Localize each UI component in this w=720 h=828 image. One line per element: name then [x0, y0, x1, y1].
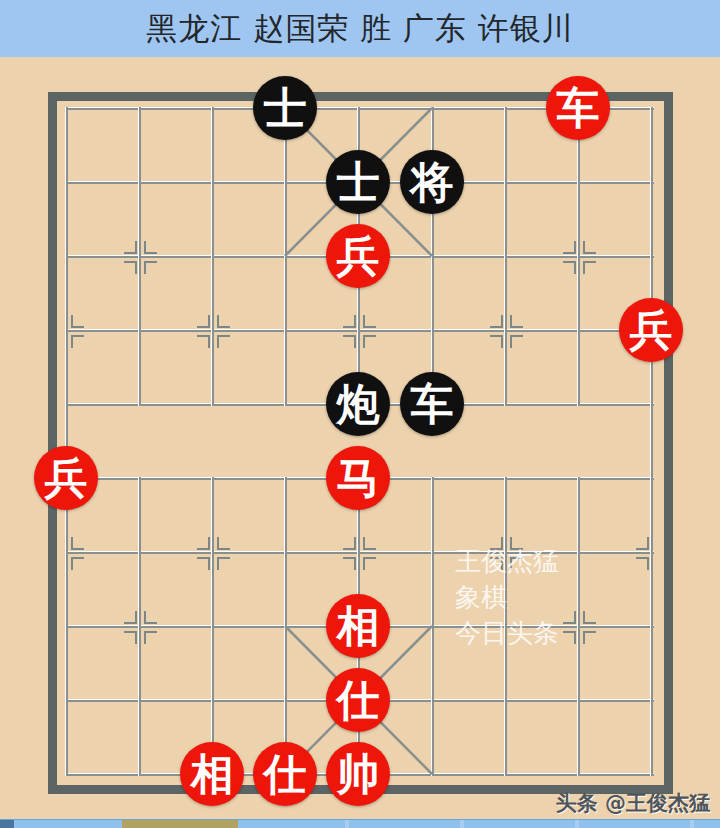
watermark-line: 今日头条	[455, 615, 559, 651]
position-marker	[197, 557, 210, 570]
position-marker	[217, 315, 230, 328]
piece-black-advisor-e2[interactable]: 士	[326, 150, 390, 214]
position-marker	[343, 335, 356, 348]
piece-black-cannon-e5[interactable]: 炮	[326, 372, 390, 436]
position-marker	[563, 241, 576, 254]
position-marker	[124, 261, 137, 274]
position-marker	[144, 631, 157, 644]
position-marker	[71, 335, 84, 348]
position-marker	[490, 335, 503, 348]
strip-segment-khaki	[122, 820, 238, 828]
piece-red-horse-e6[interactable]: 马	[326, 446, 390, 510]
piece-red-advisor-d10[interactable]: 仕	[253, 742, 317, 806]
position-marker	[510, 335, 523, 348]
piece-black-general-f2[interactable]: 将	[400, 150, 464, 214]
position-marker	[144, 261, 157, 274]
piece-red-soldier-i4[interactable]: 兵	[619, 298, 683, 362]
position-marker	[197, 335, 210, 348]
position-marker	[510, 315, 523, 328]
watermark-line: 象棋	[455, 579, 559, 615]
position-marker	[217, 557, 230, 570]
credit-text: 头条 @王俊杰猛	[556, 789, 710, 817]
strip-separator	[690, 820, 694, 828]
position-marker	[144, 241, 157, 254]
bottom-strip	[0, 819, 720, 828]
piece-red-elephant-e8[interactable]: 相	[326, 594, 390, 658]
title-bar: 黑龙江 赵国荣 胜 广东 许银川	[0, 0, 720, 57]
position-marker	[197, 315, 210, 328]
position-marker	[363, 557, 376, 570]
position-marker	[217, 335, 230, 348]
position-marker	[490, 315, 503, 328]
position-marker	[583, 611, 596, 624]
strip-separator	[575, 820, 579, 828]
piece-black-advisor-d1[interactable]: 士	[253, 76, 317, 140]
position-marker	[217, 537, 230, 550]
position-marker	[124, 611, 137, 624]
position-marker	[71, 315, 84, 328]
position-marker	[71, 557, 84, 570]
position-marker	[343, 315, 356, 328]
position-marker	[363, 537, 376, 550]
position-marker	[563, 611, 576, 624]
strip-separator	[460, 820, 464, 828]
strip-segment-darkblue	[0, 820, 14, 828]
position-marker	[124, 241, 137, 254]
position-marker	[343, 557, 356, 570]
piece-red-advisor-e9[interactable]: 仕	[326, 668, 390, 732]
position-marker	[71, 537, 84, 550]
piece-red-general-e10[interactable]: 帅	[326, 742, 390, 806]
piece-red-chariot-h1[interactable]: 车	[546, 76, 610, 140]
position-marker	[343, 537, 356, 550]
position-marker	[636, 557, 649, 570]
position-marker	[583, 241, 596, 254]
position-marker	[563, 261, 576, 274]
position-marker	[583, 631, 596, 644]
position-marker	[583, 261, 596, 274]
position-marker	[363, 335, 376, 348]
watermark-line: 王俊杰猛	[455, 543, 559, 579]
position-marker	[563, 631, 576, 644]
piece-red-soldier-e3[interactable]: 兵	[326, 224, 390, 288]
piece-red-elephant-c10[interactable]: 相	[180, 742, 244, 806]
position-marker	[636, 537, 649, 550]
position-marker	[363, 315, 376, 328]
piece-red-soldier-a6[interactable]: 兵	[34, 446, 98, 510]
xiangqi-board: 士士将炮车车兵兵兵马相仕相仕帅	[0, 57, 720, 819]
piece-black-chariot-f5[interactable]: 车	[400, 372, 464, 436]
position-marker	[124, 631, 137, 644]
position-marker	[197, 537, 210, 550]
position-marker	[144, 611, 157, 624]
strip-separator	[345, 820, 349, 828]
watermark: 王俊杰猛 象棋 今日头条	[455, 543, 559, 651]
page-title: 黑龙江 赵国荣 胜 广东 许银川	[146, 8, 573, 50]
board-stage: 士士将炮车车兵兵兵马相仕相仕帅 王俊杰猛 象棋 今日头条 头条 @王俊杰猛	[0, 57, 720, 819]
